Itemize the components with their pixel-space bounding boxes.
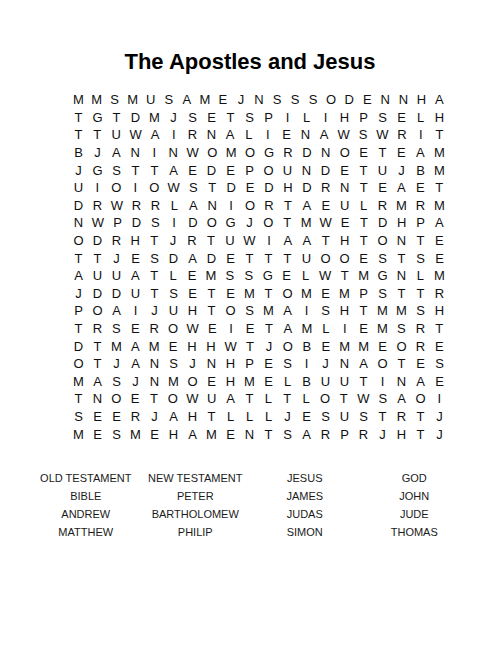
grid-cell[interactable]: L — [243, 128, 254, 141]
grid-cell[interactable]: E — [130, 392, 141, 405]
grid-cell[interactable]: U — [339, 199, 350, 212]
grid-cell[interactable]: U — [339, 410, 350, 423]
grid-cell[interactable]: L — [282, 375, 293, 388]
grid-cell[interactable]: L — [169, 199, 180, 212]
grid-cell[interactable]: M — [199, 93, 210, 106]
grid-cell[interactable]: E — [396, 111, 407, 124]
grid-cell[interactable]: J — [92, 146, 103, 159]
grid-cell[interactable]: N — [339, 357, 350, 370]
grid-cell[interactable]: D — [130, 111, 141, 124]
grid-cell[interactable]: T — [73, 252, 84, 265]
grid-cell[interactable]: E — [377, 181, 388, 194]
grid-cell[interactable]: O — [73, 234, 84, 247]
grid-cell[interactable]: I — [130, 181, 141, 194]
grid-cell[interactable]: G — [225, 216, 236, 229]
grid-cell[interactable]: O — [168, 322, 179, 335]
grid-cell[interactable]: W — [319, 269, 331, 282]
grid-cell[interactable]: G — [262, 269, 273, 282]
grid-cell[interactable]: T — [206, 410, 217, 423]
grid-cell[interactable]: T — [358, 216, 369, 229]
grid-cell[interactable]: O — [245, 199, 256, 212]
grid-cell[interactable]: U — [320, 375, 331, 388]
grid-cell[interactable]: S — [377, 252, 388, 265]
grid-cell[interactable]: U — [206, 392, 217, 405]
grid-cell[interactable]: O — [282, 340, 293, 353]
grid-cell[interactable]: U — [145, 93, 156, 106]
grid-cell[interactable]: I — [320, 111, 331, 124]
grid-cell[interactable]: I — [168, 128, 179, 141]
grid-cell[interactable]: R — [264, 199, 275, 212]
grid-cell[interactable]: E — [434, 252, 445, 265]
grid-cell[interactable]: N — [396, 375, 407, 388]
grid-cell[interactable]: S — [163, 93, 174, 106]
grid-cell[interactable]: H — [434, 111, 445, 124]
grid-cell[interactable]: I — [130, 304, 141, 317]
grid-cell[interactable]: D — [344, 93, 355, 106]
grid-cell[interactable]: N — [396, 269, 407, 282]
grid-cell[interactable]: N — [320, 146, 331, 159]
grid-cell[interactable]: N — [398, 93, 409, 106]
grid-cell[interactable]: T — [205, 234, 216, 247]
grid-cell[interactable]: M — [168, 375, 179, 388]
grid-cell[interactable]: E — [225, 428, 236, 441]
grid-cell[interactable]: S — [320, 410, 331, 423]
grid-cell[interactable]: S — [150, 216, 161, 229]
grid-cell[interactable]: W — [168, 181, 180, 194]
grid-cell[interactable]: M — [73, 428, 84, 441]
grid-cell[interactable]: S — [415, 304, 426, 317]
grid-cell[interactable]: G — [92, 164, 103, 177]
grid-cell[interactable]: T — [149, 269, 160, 282]
grid-cell[interactable]: S — [377, 392, 388, 405]
grid-cell[interactable]: T — [263, 428, 274, 441]
grid-cell[interactable]: S — [320, 304, 331, 317]
grid-cell[interactable]: P — [244, 164, 255, 177]
grid-cell[interactable]: A — [434, 93, 445, 106]
grid-cell[interactable]: L — [301, 392, 312, 405]
grid-cell[interactable]: U — [168, 304, 179, 317]
grid-cell[interactable]: A — [415, 375, 426, 388]
grid-cell[interactable]: M — [206, 428, 217, 441]
grid-cell[interactable]: M — [263, 304, 274, 317]
grid-cell[interactable]: L — [320, 322, 331, 335]
grid-cell[interactable]: J — [264, 340, 275, 353]
grid-cell[interactable]: A — [282, 322, 293, 335]
grid-cell[interactable]: T — [73, 128, 84, 141]
grid-cell[interactable]: W — [129, 128, 141, 141]
grid-cell[interactable]: J — [377, 428, 388, 441]
grid-cell[interactable]: M — [434, 164, 445, 177]
grid-cell[interactable]: S — [168, 357, 179, 370]
grid-cell[interactable]: I — [434, 392, 445, 405]
grid-cell[interactable]: A — [130, 340, 141, 353]
grid-cell[interactable]: T — [415, 287, 426, 300]
grid-cell[interactable]: O — [320, 252, 331, 265]
grid-cell[interactable]: E — [225, 164, 236, 177]
grid-cell[interactable]: M — [301, 322, 312, 335]
grid-cell[interactable]: S — [396, 322, 407, 335]
grid-cell[interactable]: M — [73, 375, 84, 388]
grid-cell[interactable]: M — [244, 287, 255, 300]
grid-cell[interactable]: H — [130, 234, 141, 247]
grid-cell[interactable]: T — [377, 146, 388, 159]
grid-cell[interactable]: A — [225, 392, 236, 405]
grid-cell[interactable]: T — [73, 322, 84, 335]
grid-cell[interactable]: S — [415, 252, 426, 265]
grid-cell[interactable]: T — [358, 181, 369, 194]
grid-cell[interactable]: E — [111, 410, 122, 423]
grid-cell[interactable]: R — [187, 128, 198, 141]
grid-cell[interactable]: H — [339, 304, 350, 317]
grid-cell[interactable]: J — [130, 375, 141, 388]
grid-cell[interactable]: E — [362, 93, 373, 106]
grid-cell[interactable]: D — [92, 287, 103, 300]
grid-cell[interactable]: E — [225, 252, 236, 265]
grid-cell[interactable]: T — [92, 128, 103, 141]
grid-cell[interactable]: R — [92, 322, 103, 335]
grid-cell[interactable]: T — [358, 234, 369, 247]
grid-cell[interactable]: R — [131, 199, 142, 212]
grid-cell[interactable]: E — [434, 234, 445, 247]
grid-cell[interactable]: J — [282, 410, 293, 423]
grid-cell[interactable]: T — [358, 164, 369, 177]
grid-cell[interactable]: N — [300, 128, 311, 141]
grid-cell[interactable]: L — [168, 269, 179, 282]
grid-cell[interactable]: O — [339, 252, 350, 265]
grid-cell[interactable]: N — [206, 128, 217, 141]
grid-cell[interactable]: T — [245, 340, 256, 353]
grid-cell[interactable]: W — [187, 322, 199, 335]
grid-cell[interactable]: I — [301, 304, 312, 317]
grid-cell[interactable]: M — [301, 216, 312, 229]
grid-cell[interactable]: E — [263, 357, 274, 370]
grid-cell[interactable]: E — [415, 181, 426, 194]
grid-cell[interactable]: O — [167, 392, 178, 405]
grid-cell[interactable]: T — [92, 252, 103, 265]
grid-cell[interactable]: S — [358, 410, 369, 423]
grid-cell[interactable]: T — [225, 111, 236, 124]
grid-cell[interactable]: H — [434, 304, 445, 317]
grid-cell[interactable]: T — [130, 164, 141, 177]
grid-cell[interactable]: H — [282, 181, 293, 194]
grid-cell[interactable]: E — [320, 340, 331, 353]
grid-cell[interactable]: E — [339, 164, 350, 177]
grid-cell[interactable]: D — [226, 181, 237, 194]
grid-cell[interactable]: J — [235, 93, 246, 106]
grid-cell[interactable]: I — [226, 199, 237, 212]
grid-cell[interactable]: A — [301, 234, 312, 247]
grid-cell[interactable]: B — [301, 375, 312, 388]
grid-cell[interactable]: T — [282, 392, 293, 405]
grid-cell[interactable]: T — [111, 111, 122, 124]
grid-cell[interactable]: E — [396, 146, 407, 159]
grid-cell[interactable]: U — [111, 128, 122, 141]
grid-cell[interactable]: J — [111, 252, 122, 265]
grid-cell[interactable]: E — [340, 216, 351, 229]
grid-cell[interactable]: S — [358, 128, 369, 141]
grid-cell[interactable]: O — [377, 357, 388, 370]
grid-cell[interactable]: E — [301, 410, 312, 423]
grid-cell[interactable]: E — [207, 322, 218, 335]
grid-cell[interactable]: W — [111, 199, 123, 212]
grid-cell[interactable]: L — [263, 392, 274, 405]
grid-cell[interactable]: D — [264, 181, 275, 194]
grid-cell[interactable]: R — [415, 199, 426, 212]
grid-cell[interactable]: E — [434, 375, 445, 388]
grid-cell[interactable]: T — [207, 181, 218, 194]
grid-cell[interactable]: A — [187, 252, 198, 265]
grid-cell[interactable]: M — [339, 287, 350, 300]
grid-cell[interactable]: E — [320, 287, 331, 300]
grid-cell[interactable]: H — [187, 340, 198, 353]
grid-cell[interactable]: M — [339, 340, 350, 353]
grid-cell[interactable]: N — [244, 428, 255, 441]
grid-cell[interactable]: U — [339, 375, 350, 388]
grid-cell[interactable]: T — [415, 410, 426, 423]
grid-cell[interactable]: T — [92, 357, 103, 370]
grid-cell[interactable]: T — [282, 252, 293, 265]
grid-cell[interactable]: M — [149, 340, 160, 353]
grid-cell[interactable]: T — [434, 322, 445, 335]
grid-cell[interactable]: E — [245, 181, 256, 194]
grid-cell[interactable]: B — [415, 164, 426, 177]
grid-cell[interactable]: H — [339, 234, 350, 247]
grid-cell[interactable]: E — [281, 128, 292, 141]
grid-cell[interactable]: L — [358, 199, 369, 212]
grid-cell[interactable]: T — [92, 340, 103, 353]
grid-cell[interactable]: S — [73, 410, 84, 423]
grid-cell[interactable]: T — [396, 287, 407, 300]
grid-cell[interactable]: E — [377, 340, 388, 353]
grid-cell[interactable]: T — [415, 428, 426, 441]
grid-cell[interactable]: A — [282, 234, 293, 247]
grid-cell[interactable]: I — [92, 181, 103, 194]
grid-cell[interactable]: J — [168, 111, 179, 124]
grid-cell[interactable]: A — [319, 128, 330, 141]
grid-cell[interactable]: N — [396, 234, 407, 247]
grid-cell[interactable]: H — [416, 93, 427, 106]
grid-cell[interactable]: T — [320, 234, 331, 247]
grid-cell[interactable]: H — [396, 428, 407, 441]
grid-cell[interactable]: G — [377, 269, 388, 282]
grid-cell[interactable]: A — [225, 128, 236, 141]
grid-cell[interactable]: I — [339, 322, 350, 335]
grid-cell[interactable]: J — [396, 164, 407, 177]
grid-cell[interactable]: P — [73, 304, 84, 317]
grid-cell[interactable]: H — [396, 216, 407, 229]
grid-cell[interactable]: R — [415, 322, 426, 335]
grid-cell[interactable]: N — [168, 146, 179, 159]
grid-cell[interactable]: E — [206, 375, 217, 388]
grid-cell[interactable]: J — [434, 428, 445, 441]
grid-cell[interactable]: M — [91, 93, 102, 106]
grid-cell[interactable]: R — [282, 146, 293, 159]
grid-cell[interactable]: D — [377, 216, 388, 229]
grid-cell[interactable]: I — [377, 375, 388, 388]
grid-cell[interactable]: N — [253, 93, 264, 106]
grid-cell[interactable]: A — [111, 304, 122, 317]
grid-cell[interactable]: D — [92, 234, 103, 247]
grid-cell[interactable]: I — [226, 322, 237, 335]
grid-cell[interactable]: W — [376, 128, 388, 141]
grid-cell[interactable]: E — [130, 322, 141, 335]
grid-cell[interactable]: T — [73, 392, 84, 405]
grid-cell[interactable]: T — [206, 304, 217, 317]
grid-cell[interactable]: I — [169, 216, 180, 229]
grid-cell[interactable]: L — [225, 410, 236, 423]
grid-cell[interactable]: P — [112, 216, 123, 229]
grid-cell[interactable]: J — [149, 304, 160, 317]
grid-cell[interactable]: S — [111, 164, 122, 177]
grid-cell[interactable]: A — [73, 269, 84, 282]
grid-cell[interactable]: E — [263, 375, 274, 388]
grid-cell[interactable]: T — [415, 234, 426, 247]
grid-cell[interactable]: E — [434, 340, 445, 353]
grid-cell[interactable]: M — [396, 304, 407, 317]
grid-cell[interactable]: J — [244, 216, 255, 229]
grid-cell[interactable]: W — [92, 216, 104, 229]
grid-cell[interactable]: U — [282, 164, 293, 177]
grid-cell[interactable]: T — [358, 304, 369, 317]
grid-cell[interactable]: T — [264, 322, 275, 335]
grid-cell[interactable]: O — [282, 287, 293, 300]
grid-cell[interactable]: I — [264, 234, 275, 247]
grid-cell[interactable]: N — [380, 93, 391, 106]
grid-cell[interactable]: S — [244, 111, 255, 124]
grid-cell[interactable]: W — [319, 216, 331, 229]
grid-cell[interactable]: A — [301, 199, 312, 212]
grid-cell[interactable]: G — [92, 111, 103, 124]
grid-cell[interactable]: P — [415, 216, 426, 229]
grid-cell[interactable]: O — [396, 340, 407, 353]
grid-cell[interactable]: R — [320, 181, 331, 194]
grid-cell[interactable]: S — [377, 111, 388, 124]
grid-cell[interactable]: A — [282, 304, 293, 317]
grid-cell[interactable]: T — [358, 375, 369, 388]
grid-cell[interactable]: T — [149, 287, 160, 300]
grid-cell[interactable]: J — [73, 287, 84, 300]
grid-cell[interactable]: E — [187, 164, 198, 177]
grid-cell[interactable]: A — [111, 146, 122, 159]
grid-cell[interactable]: S — [111, 428, 122, 441]
grid-cell[interactable]: O — [187, 375, 198, 388]
grid-cell[interactable]: A — [168, 410, 179, 423]
grid-cell[interactable]: E — [320, 199, 331, 212]
grid-cell[interactable]: D — [301, 181, 312, 194]
grid-cell[interactable]: U — [301, 252, 312, 265]
grid-cell[interactable]: W — [243, 234, 255, 247]
grid-cell[interactable]: J — [73, 164, 84, 177]
grid-cell[interactable]: O — [339, 146, 350, 159]
grid-cell[interactable]: N — [301, 164, 312, 177]
grid-cell[interactable]: T — [263, 287, 274, 300]
grid-cell[interactable]: P — [358, 111, 369, 124]
grid-cell[interactable]: U — [130, 287, 141, 300]
grid-cell[interactable]: W — [357, 392, 369, 405]
grid-cell[interactable]: R — [92, 199, 103, 212]
grid-cell[interactable]: M — [244, 375, 255, 388]
grid-cell[interactable]: E — [92, 410, 103, 423]
grid-cell[interactable]: M — [226, 146, 237, 159]
grid-cell[interactable]: A — [415, 146, 426, 159]
grid-cell[interactable]: O — [319, 392, 330, 405]
grid-cell[interactable]: T — [396, 252, 407, 265]
grid-cell[interactable]: T — [338, 392, 349, 405]
grid-cell[interactable]: M — [130, 428, 141, 441]
grid-cell[interactable]: P — [358, 287, 369, 300]
grid-cell[interactable]: T — [206, 287, 217, 300]
grid-cell[interactable]: E — [281, 269, 292, 282]
grid-cell[interactable]: A — [396, 392, 407, 405]
grid-cell[interactable]: O — [149, 181, 160, 194]
grid-cell[interactable]: J — [187, 357, 198, 370]
grid-cell[interactable]: G — [264, 146, 275, 159]
grid-cell[interactable]: S — [187, 111, 198, 124]
grid-cell[interactable]: L — [301, 111, 312, 124]
grid-cell[interactable]: M — [377, 322, 388, 335]
grid-cell[interactable]: W — [187, 146, 199, 159]
grid-cell[interactable]: S — [290, 93, 301, 106]
grid-cell[interactable]: D — [73, 199, 84, 212]
grid-cell[interactable]: E — [217, 93, 228, 106]
grid-cell[interactable]: O — [206, 216, 217, 229]
grid-cell[interactable]: R — [377, 199, 388, 212]
grid-cell[interactable]: W — [186, 392, 198, 405]
grid-cell[interactable]: A — [187, 428, 198, 441]
grid-cell[interactable]: O — [415, 392, 426, 405]
grid-cell[interactable]: N — [130, 146, 141, 159]
grid-cell[interactable]: O — [207, 146, 218, 159]
grid-cell[interactable]: L — [244, 410, 255, 423]
grid-cell[interactable]: D — [187, 216, 198, 229]
grid-cell[interactable]: T — [434, 181, 445, 194]
grid-cell[interactable]: T — [149, 234, 160, 247]
grid-cell[interactable]: M — [377, 304, 388, 317]
grid-cell[interactable]: O — [73, 357, 84, 370]
grid-cell[interactable]: N — [206, 357, 217, 370]
grid-cell[interactable]: D — [73, 340, 84, 353]
grid-cell[interactable]: W — [337, 128, 349, 141]
grid-cell[interactable]: P — [244, 357, 255, 370]
grid-cell[interactable]: M — [358, 340, 369, 353]
grid-cell[interactable]: M — [396, 199, 407, 212]
grid-cell[interactable]: S — [111, 375, 122, 388]
grid-cell[interactable]: S — [272, 93, 283, 106]
grid-cell[interactable]: H — [205, 340, 216, 353]
grid-cell[interactable]: D — [168, 252, 179, 265]
grid-cell[interactable]: N — [73, 216, 84, 229]
grid-cell[interactable]: R — [320, 428, 331, 441]
grid-cell[interactable]: P — [339, 428, 350, 441]
grid-cell[interactable]: E — [225, 287, 236, 300]
grid-cell[interactable]: D — [320, 164, 331, 177]
grid-cell[interactable]: L — [300, 269, 311, 282]
grid-cell[interactable]: B — [73, 146, 84, 159]
grid-cell[interactable]: D — [301, 146, 312, 159]
grid-cell[interactable]: E — [358, 146, 369, 159]
grid-cell[interactable]: A — [434, 216, 445, 229]
grid-cell[interactable]: E — [206, 111, 217, 124]
grid-cell[interactable]: T — [73, 111, 84, 124]
grid-cell[interactable]: R — [150, 199, 161, 212]
grid-cell[interactable]: A — [181, 93, 192, 106]
grid-cell[interactable]: H — [168, 428, 179, 441]
grid-cell[interactable]: T — [263, 252, 274, 265]
grid-cell[interactable]: L — [415, 269, 426, 282]
grid-cell[interactable]: T — [377, 410, 388, 423]
grid-cell[interactable]: T — [244, 252, 255, 265]
grid-cell[interactable]: N — [207, 199, 218, 212]
